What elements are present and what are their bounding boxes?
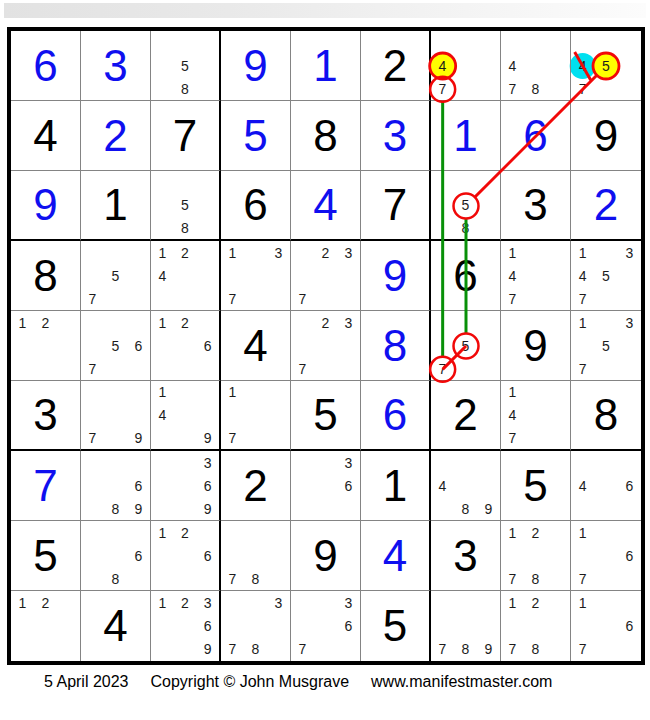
cell-r5c4[interactable]: 4: [221, 311, 291, 381]
cell-r9c4[interactable]: 378: [221, 591, 291, 661]
pencil-mark: 8: [174, 216, 197, 239]
cell-r1c6[interactable]: 2: [361, 31, 431, 101]
solved-digit: 2: [103, 114, 127, 158]
cell-r5c3[interactable]: 126: [151, 311, 221, 381]
given-digit: 6: [453, 254, 477, 298]
cell-r5c1[interactable]: 12: [11, 311, 81, 381]
pencil-mark: 7: [571, 357, 594, 380]
cell-r3c3[interactable]: 58: [151, 171, 221, 241]
cell-r8c4[interactable]: 78: [221, 521, 291, 591]
pencil-mark: 7: [501, 287, 524, 310]
solved-digit: 2: [594, 183, 618, 227]
pencil-mark-grid: 789: [431, 591, 500, 661]
footer: 5 April 2023Copyright © John Musgravewww…: [44, 673, 552, 691]
pencil-mark: 2: [314, 311, 337, 334]
sudoku-board: 6358912474784574275831699158647583285712…: [7, 27, 645, 665]
cell-r7c7[interactable]: 489: [431, 451, 501, 521]
given-digit: 9: [313, 534, 337, 578]
given-digit: 3: [523, 183, 547, 227]
cell-r7c4[interactable]: 2: [221, 451, 291, 521]
pencil-mark-grid: 57: [81, 241, 150, 310]
cell-r4c3[interactable]: 124: [151, 241, 221, 311]
pencil-mark: 4: [571, 264, 594, 287]
pencil-mark-grid: 489: [431, 451, 500, 520]
cell-r6c6[interactable]: 6: [361, 381, 431, 451]
pencil-mark: 3: [196, 591, 219, 614]
page-root: 6358912474784574275831699158647583285712…: [0, 0, 650, 720]
cell-r9c1[interactable]: 12: [11, 591, 81, 661]
pencil-mark: 8: [174, 77, 197, 100]
cell-r7c1[interactable]: 7: [11, 451, 81, 521]
pencil-mark-grid: 1278: [501, 591, 570, 661]
pencil-mark: 7: [221, 638, 244, 661]
solved-digit: 1: [313, 44, 337, 88]
cell-r7c6[interactable]: 1: [361, 451, 431, 521]
given-digit: 1: [383, 464, 407, 508]
pencil-mark-grid: 237: [291, 311, 360, 380]
cell-r6c4[interactable]: 17: [221, 381, 291, 451]
cell-r2c1[interactable]: 4: [11, 101, 81, 171]
given-digit: 8: [594, 393, 618, 437]
pencil-mark: 7: [501, 638, 524, 661]
pencil-mark: 7: [501, 426, 524, 449]
pencil-mark-grid: 126: [151, 311, 219, 380]
pencil-mark: 1: [151, 311, 174, 334]
cell-r5c9[interactable]: 1357: [571, 311, 641, 381]
pencil-mark: 4: [151, 264, 174, 287]
pencil-mark: 9: [477, 638, 500, 661]
cell-r8c5[interactable]: 9: [291, 521, 361, 591]
pencil-mark-grid: 457: [571, 31, 641, 100]
pencil-mark: 6: [196, 544, 219, 567]
given-digit: 9: [594, 114, 618, 158]
cell-r8c2[interactable]: 68: [81, 521, 151, 591]
pencil-mark: 2: [34, 311, 57, 334]
solved-digit: 6: [383, 393, 407, 437]
solved-digit: 3: [103, 44, 127, 88]
cell-r4c9[interactable]: 13457: [571, 241, 641, 311]
pencil-mark: 1: [571, 521, 594, 544]
cell-r4c4[interactable]: 137: [221, 241, 291, 311]
pencil-mark: 1: [501, 241, 524, 264]
pencil-mark: 7: [221, 567, 244, 590]
pencil-mark: 8: [524, 638, 547, 661]
pencil-mark: 2: [174, 241, 197, 264]
pencil-mark: 8: [104, 567, 127, 590]
cell-r9c7[interactable]: 789: [431, 591, 501, 661]
solved-digit: 8: [383, 324, 407, 368]
pencil-mark: 8: [454, 216, 477, 239]
pencil-mark: 1: [11, 311, 34, 334]
given-digit: 1: [103, 183, 127, 227]
cell-r9c5[interactable]: 367: [291, 591, 361, 661]
pencil-mark: 3: [337, 451, 360, 474]
given-digit: 2: [383, 44, 407, 88]
cell-r8c9[interactable]: 167: [571, 521, 641, 591]
cell-r6c1[interactable]: 3: [11, 381, 81, 451]
pencil-mark: 2: [524, 521, 547, 544]
pencil-mark-grid: 124: [151, 241, 219, 310]
pencil-mark: 7: [81, 357, 104, 380]
cell-r4c5[interactable]: 237: [291, 241, 361, 311]
pencil-mark: 6: [196, 334, 219, 357]
cell-r2c9[interactable]: 9: [571, 101, 641, 171]
pencil-mark: 2: [314, 241, 337, 264]
pencil-mark-grid: 36: [291, 451, 360, 520]
cell-r5c2[interactable]: 567: [81, 311, 151, 381]
pencil-mark: 6: [127, 474, 150, 497]
pencil-mark: 7: [501, 77, 524, 100]
pencil-mark: 7: [431, 357, 454, 380]
given-digit: 4: [243, 324, 267, 368]
cell-r1c8[interactable]: 478: [501, 31, 571, 101]
pencil-mark: 7: [571, 638, 594, 661]
given-digit: 5: [523, 464, 547, 508]
pencil-mark: 6: [127, 334, 150, 357]
pencil-mark: 8: [454, 497, 477, 520]
cell-r2c3[interactable]: 7: [151, 101, 221, 171]
pencil-mark-grid: 47: [431, 31, 500, 100]
pencil-mark: 6: [196, 614, 219, 637]
pencil-mark: 3: [337, 241, 360, 264]
solved-digit: 6: [33, 44, 57, 88]
given-digit: 7: [383, 183, 407, 227]
cell-r1c9[interactable]: 457: [571, 31, 641, 101]
pencil-mark: 1: [151, 241, 174, 264]
pencil-mark-grid: 147: [501, 381, 570, 449]
pencil-mark: 7: [501, 567, 524, 590]
cell-r1c3[interactable]: 58: [151, 31, 221, 101]
cell-r6c7[interactable]: 2: [431, 381, 501, 451]
pencil-mark: 1: [221, 381, 244, 404]
pencil-mark-grid: 237: [291, 241, 360, 310]
cell-r5c5[interactable]: 237: [291, 311, 361, 381]
pencil-mark: 1: [151, 521, 174, 544]
solved-digit: 4: [383, 534, 407, 578]
given-digit: 2: [453, 393, 477, 437]
pencil-mark: 7: [431, 638, 454, 661]
pencil-mark: 8: [244, 567, 267, 590]
cell-r6c2[interactable]: 79: [81, 381, 151, 451]
cell-r2c2[interactable]: 2: [81, 101, 151, 171]
given-digit: 3: [33, 393, 57, 437]
pencil-mark: 5: [104, 334, 127, 357]
pencil-mark-grid: 367: [291, 591, 360, 661]
pencil-mark: 5: [454, 194, 477, 217]
given-digit: 6: [243, 183, 267, 227]
cell-r6c5[interactable]: 5: [291, 381, 361, 451]
pencil-mark: 9: [127, 426, 150, 449]
pencil-mark: 1: [501, 381, 524, 404]
pencil-mark: 9: [196, 426, 219, 449]
pencil-mark: 7: [571, 77, 594, 100]
pencil-mark: 5: [594, 54, 617, 77]
pencil-mark: 3: [337, 311, 360, 334]
pencil-mark-grid: 1357: [571, 311, 641, 380]
pencil-mark: 6: [618, 614, 641, 637]
given-digit: 4: [103, 604, 127, 648]
pencil-mark-grid: 167: [571, 591, 641, 661]
pencil-mark-grid: 68: [81, 521, 150, 590]
cell-r4c7[interactable]: 6: [431, 241, 501, 311]
given-digit: 7: [173, 114, 197, 158]
pencil-mark: 6: [127, 544, 150, 567]
cell-r8c1[interactable]: 5: [11, 521, 81, 591]
pencil-mark-grid: 12369: [151, 591, 219, 661]
pencil-mark-grid: 567: [81, 311, 150, 380]
pencil-mark: 1: [501, 521, 524, 544]
cell-r7c2[interactable]: 689: [81, 451, 151, 521]
pencil-mark: 2: [174, 591, 197, 614]
cell-r3c2[interactable]: 1: [81, 171, 151, 241]
cell-r1c1[interactable]: 6: [11, 31, 81, 101]
pencil-mark-grid: 17: [221, 381, 290, 449]
pencil-mark: 4: [501, 404, 524, 427]
pencil-mark-grid: 149: [151, 381, 219, 449]
pencil-mark: 5: [104, 264, 127, 287]
cell-r2c8[interactable]: 6: [501, 101, 571, 171]
pencil-mark-grid: 58: [151, 171, 219, 239]
pencil-mark: 6: [337, 474, 360, 497]
pencil-mark: 2: [34, 591, 57, 614]
cell-r4c2[interactable]: 57: [81, 241, 151, 311]
pencil-mark: 4: [431, 474, 454, 497]
pencil-mark: 7: [291, 638, 314, 661]
solved-digit: 4: [313, 183, 337, 227]
cell-r6c8[interactable]: 147: [501, 381, 571, 451]
given-digit: 3: [453, 534, 477, 578]
cell-r4c8[interactable]: 147: [501, 241, 571, 311]
window-top-bar: [4, 3, 646, 18]
solved-digit: 9: [383, 254, 407, 298]
footer-copyright: Copyright © John Musgrave: [151, 673, 350, 690]
pencil-mark-grid: 478: [501, 31, 570, 100]
solved-digit: 5: [243, 114, 267, 158]
pencil-mark: 3: [196, 451, 219, 474]
cell-r9c8[interactable]: 1278: [501, 591, 571, 661]
pencil-mark: 2: [174, 521, 197, 544]
pencil-mark: 1: [571, 311, 594, 334]
cell-r6c3[interactable]: 149: [151, 381, 221, 451]
cell-r3c1[interactable]: 9: [11, 171, 81, 241]
pencil-mark: 1: [11, 591, 34, 614]
pencil-mark-grid: 12: [11, 311, 80, 380]
cell-r9c6[interactable]: 5: [361, 591, 431, 661]
pencil-mark-grid: 12: [11, 591, 80, 661]
cell-r2c7[interactable]: 1: [431, 101, 501, 171]
cell-r2c6[interactable]: 3: [361, 101, 431, 171]
given-digit: 4: [33, 114, 57, 158]
pencil-mark-grid: 147: [501, 241, 570, 310]
pencil-mark: 7: [291, 287, 314, 310]
cell-r7c5[interactable]: 36: [291, 451, 361, 521]
cell-r3c4[interactable]: 6: [221, 171, 291, 241]
pencil-mark: 7: [571, 567, 594, 590]
cell-r5c7[interactable]: 57: [431, 311, 501, 381]
pencil-mark: 8: [244, 638, 267, 661]
pencil-mark: 8: [454, 638, 477, 661]
cell-r9c2[interactable]: 4: [81, 591, 151, 661]
pencil-mark: 5: [594, 334, 617, 357]
cell-r3c8[interactable]: 3: [501, 171, 571, 241]
cell-r1c2[interactable]: 3: [81, 31, 151, 101]
given-digit: 8: [33, 254, 57, 298]
pencil-mark-grid: 78: [221, 521, 290, 590]
pencil-mark: 4: [571, 54, 594, 77]
pencil-mark-grid: 369: [151, 451, 219, 520]
pencil-mark: 7: [291, 357, 314, 380]
cell-r7c9[interactable]: 46: [571, 451, 641, 521]
cell-r6c9[interactable]: 8: [571, 381, 641, 451]
cell-r8c7[interactable]: 3: [431, 521, 501, 591]
cell-r2c4[interactable]: 5: [221, 101, 291, 171]
cell-r8c8[interactable]: 1278: [501, 521, 571, 591]
cell-r7c3[interactable]: 369: [151, 451, 221, 521]
cell-r9c9[interactable]: 167: [571, 591, 641, 661]
pencil-mark-grid: 167: [571, 521, 641, 590]
given-digit: 5: [33, 534, 57, 578]
pencil-mark: 7: [431, 77, 454, 100]
pencil-mark: 1: [151, 381, 174, 404]
cell-r3c7[interactable]: 58: [431, 171, 501, 241]
cell-r7c8[interactable]: 5: [501, 451, 571, 521]
pencil-mark: 3: [618, 241, 641, 264]
pencil-mark: 6: [618, 544, 641, 567]
cell-r4c6[interactable]: 9: [361, 241, 431, 311]
pencil-mark: 5: [594, 264, 617, 287]
solved-digit: 3: [383, 114, 407, 158]
pencil-mark: 7: [221, 287, 244, 310]
pencil-mark-grid: 689: [81, 451, 150, 520]
pencil-mark: 3: [267, 241, 290, 264]
pencil-mark: 1: [501, 591, 524, 614]
pencil-mark: 6: [618, 474, 641, 497]
cell-r1c7[interactable]: 47: [431, 31, 501, 101]
pencil-mark-grid: 79: [81, 381, 150, 449]
pencil-mark: 3: [337, 591, 360, 614]
cell-r9c3[interactable]: 12369: [151, 591, 221, 661]
pencil-mark: 7: [221, 426, 244, 449]
pencil-mark-grid: 137: [221, 241, 290, 310]
pencil-mark: 4: [151, 404, 174, 427]
pencil-mark: 4: [501, 264, 524, 287]
pencil-mark-grid: 13457: [571, 241, 641, 310]
pencil-mark: 1: [221, 241, 244, 264]
cell-r8c6[interactable]: 4: [361, 521, 431, 591]
pencil-mark: 3: [267, 591, 290, 614]
pencil-mark-grid: 57: [431, 311, 500, 380]
pencil-mark: 9: [477, 497, 500, 520]
solved-digit: 9: [33, 183, 57, 227]
pencil-mark-grid: 58: [431, 171, 500, 239]
cell-r3c6[interactable]: 7: [361, 171, 431, 241]
sudoku-grid: 6358912474784574275831699158647583285712…: [11, 31, 641, 661]
given-digit: 5: [383, 604, 407, 648]
cell-r3c9[interactable]: 2: [571, 171, 641, 241]
given-digit: 8: [313, 114, 337, 158]
pencil-mark-grid: 46: [571, 451, 641, 520]
pencil-mark: 6: [196, 474, 219, 497]
cell-r1c4[interactable]: 9: [221, 31, 291, 101]
pencil-mark: 3: [618, 311, 641, 334]
pencil-mark: 8: [524, 77, 547, 100]
pencil-mark: 5: [174, 194, 197, 217]
cell-r4c1[interactable]: 8: [11, 241, 81, 311]
cell-r5c8[interactable]: 9: [501, 311, 571, 381]
pencil-mark-grid: 58: [151, 31, 219, 100]
pencil-mark: 5: [454, 334, 477, 357]
cell-r5c6[interactable]: 8: [361, 311, 431, 381]
pencil-mark: 1: [571, 241, 594, 264]
footer-date: 5 April 2023: [44, 673, 129, 690]
pencil-mark: 4: [431, 54, 454, 77]
pencil-mark: 2: [524, 591, 547, 614]
solved-digit: 7: [33, 464, 57, 508]
pencil-mark: 8: [104, 497, 127, 520]
cell-r2c5[interactable]: 8: [291, 101, 361, 171]
cell-r8c3[interactable]: 126: [151, 521, 221, 591]
pencil-mark: 7: [81, 287, 104, 310]
pencil-mark: 7: [571, 287, 594, 310]
solved-digit: 1: [453, 114, 477, 158]
given-digit: 2: [243, 464, 267, 508]
pencil-mark: 2: [174, 311, 197, 334]
given-digit: 9: [523, 324, 547, 368]
pencil-mark: 9: [196, 638, 219, 661]
solved-digit: 9: [243, 44, 267, 88]
cell-r1c5[interactable]: 1: [291, 31, 361, 101]
pencil-mark: 1: [571, 591, 594, 614]
pencil-mark: 9: [196, 497, 219, 520]
pencil-mark-grid: 126: [151, 521, 219, 590]
pencil-mark: 5: [174, 54, 197, 77]
pencil-mark: 8: [524, 567, 547, 590]
pencil-mark: 7: [81, 426, 104, 449]
solved-digit: 6: [523, 114, 547, 158]
pencil-mark: 6: [337, 614, 360, 637]
given-digit: 5: [313, 393, 337, 437]
pencil-mark: 1: [151, 591, 174, 614]
cell-r3c5[interactable]: 4: [291, 171, 361, 241]
pencil-mark-grid: 378: [221, 591, 290, 661]
footer-site: www.manifestmaster.com: [371, 673, 552, 690]
pencil-mark: 4: [501, 54, 524, 77]
pencil-mark: 4: [571, 474, 594, 497]
pencil-mark-grid: 1278: [501, 521, 570, 590]
pencil-mark: 9: [127, 497, 150, 520]
